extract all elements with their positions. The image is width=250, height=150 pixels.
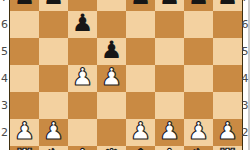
rank-label-5-left: 5 xyxy=(0,45,9,58)
black-pawn-c6: ♟ xyxy=(68,11,97,36)
square-e3[interactable] xyxy=(126,92,155,119)
square-g4[interactable] xyxy=(184,65,213,92)
square-f5[interactable] xyxy=(155,38,184,65)
square-e2[interactable]: ♟ xyxy=(126,119,155,146)
rank-label-7-left: 7 xyxy=(0,0,9,4)
square-a5[interactable] xyxy=(10,38,39,65)
square-d5[interactable]: ♟ xyxy=(97,38,126,65)
black-pawn-e7: ♟ xyxy=(126,0,155,9)
square-h7[interactable]: ♟ xyxy=(213,0,242,11)
square-d2[interactable] xyxy=(97,119,126,146)
rank-label-5-right: 5 xyxy=(241,45,249,58)
rank-label-2-left: 2 xyxy=(0,126,9,139)
square-c6[interactable]: ♟ xyxy=(68,11,97,38)
rank-label-6-right: 6 xyxy=(241,18,249,31)
white-queen-d1: ♛ xyxy=(97,146,126,150)
square-e7[interactable]: ♟ xyxy=(126,0,155,11)
square-f1[interactable]: ♝ xyxy=(155,146,184,150)
square-a1[interactable]: ♜ xyxy=(10,146,39,150)
square-a3[interactable] xyxy=(10,92,39,119)
square-h2[interactable]: ♟ xyxy=(213,119,242,146)
square-b7[interactable]: ♟ xyxy=(39,0,68,11)
square-c4[interactable]: ♟ xyxy=(68,65,97,92)
rank-label-3-right: 3 xyxy=(241,99,249,112)
square-e1[interactable]: ♚ xyxy=(126,146,155,150)
square-d3[interactable] xyxy=(97,92,126,119)
square-h6[interactable] xyxy=(213,11,242,38)
square-f3[interactable] xyxy=(155,92,184,119)
square-d4[interactable]: ♟ xyxy=(97,65,126,92)
white-rook-h1: ♜ xyxy=(213,146,242,150)
white-king-e1: ♚ xyxy=(126,146,155,150)
white-rook-a1: ♜ xyxy=(10,146,39,150)
square-a2[interactable]: ♟ xyxy=(10,119,39,146)
black-pawn-b7: ♟ xyxy=(39,0,68,9)
square-b3[interactable] xyxy=(39,92,68,119)
rank-label-6-left: 6 xyxy=(0,18,9,31)
black-pawn-h7: ♟ xyxy=(213,0,242,9)
square-a6[interactable] xyxy=(10,11,39,38)
square-b2[interactable]: ♟ xyxy=(39,119,68,146)
white-pawn-h2: ♟ xyxy=(213,119,242,144)
square-e6[interactable] xyxy=(126,11,155,38)
black-pawn-g7: ♟ xyxy=(184,0,213,9)
square-b1[interactable]: ♞ xyxy=(39,146,68,150)
square-a7[interactable]: ♟ xyxy=(10,0,39,11)
square-d6[interactable] xyxy=(97,11,126,38)
square-b5[interactable] xyxy=(39,38,68,65)
square-c2[interactable] xyxy=(68,119,97,146)
square-g7[interactable]: ♟ xyxy=(184,0,213,11)
square-c1[interactable]: ♝ xyxy=(68,146,97,150)
white-bishop-f1: ♝ xyxy=(155,146,184,150)
white-pawn-d4: ♟ xyxy=(97,65,126,90)
square-c3[interactable] xyxy=(68,92,97,119)
white-knight-b1: ♞ xyxy=(39,146,68,150)
square-g5[interactable] xyxy=(184,38,213,65)
white-knight-g1: ♞ xyxy=(184,146,213,150)
white-pawn-a2: ♟ xyxy=(10,119,39,144)
square-b6[interactable] xyxy=(39,11,68,38)
square-g3[interactable] xyxy=(184,92,213,119)
rank-label-2-right: 2 xyxy=(241,126,249,139)
square-b4[interactable] xyxy=(39,65,68,92)
square-f7[interactable]: ♟ xyxy=(155,0,184,11)
square-g2[interactable]: ♟ xyxy=(184,119,213,146)
square-f6[interactable] xyxy=(155,11,184,38)
square-h4[interactable] xyxy=(213,65,242,92)
square-g1[interactable]: ♞ xyxy=(184,146,213,150)
square-d7[interactable] xyxy=(97,0,126,11)
square-h5[interactable] xyxy=(213,38,242,65)
rank-label-7-right: 7 xyxy=(241,0,249,4)
square-h3[interactable] xyxy=(213,92,242,119)
white-bishop-c1: ♝ xyxy=(68,146,97,150)
chess-board[interactable]: ♜♞♝♛♚♝♞♜♟♟♟♟♟♟♟♟♟♟♟♟♟♟♟♟♜♞♝♛♚♝♞♜ xyxy=(9,0,243,150)
white-pawn-e2: ♟ xyxy=(126,119,155,144)
square-a4[interactable] xyxy=(10,65,39,92)
square-f2[interactable]: ♟ xyxy=(155,119,184,146)
rank-label-4-right: 4 xyxy=(241,72,249,85)
rank-label-3-left: 3 xyxy=(0,99,9,112)
square-e5[interactable] xyxy=(126,38,155,65)
black-pawn-f7: ♟ xyxy=(155,0,184,9)
white-pawn-g2: ♟ xyxy=(184,119,213,144)
square-e4[interactable] xyxy=(126,65,155,92)
square-d1[interactable]: ♛ xyxy=(97,146,126,150)
white-pawn-c4: ♟ xyxy=(68,65,97,90)
square-c5[interactable] xyxy=(68,38,97,65)
white-pawn-b2: ♟ xyxy=(39,119,68,144)
black-pawn-a7: ♟ xyxy=(10,0,39,9)
square-h1[interactable]: ♜ xyxy=(213,146,242,150)
white-pawn-f2: ♟ xyxy=(155,119,184,144)
rank-label-4-left: 4 xyxy=(0,72,9,85)
square-f4[interactable] xyxy=(155,65,184,92)
square-g6[interactable] xyxy=(184,11,213,38)
chess-diagram: ♜♞♝♛♚♝♞♜♟♟♟♟♟♟♟♟♟♟♟♟♟♟♟♟♜♞♝♛♚♝♞♜ 7766554… xyxy=(0,0,250,150)
black-pawn-d5: ♟ xyxy=(97,38,126,63)
